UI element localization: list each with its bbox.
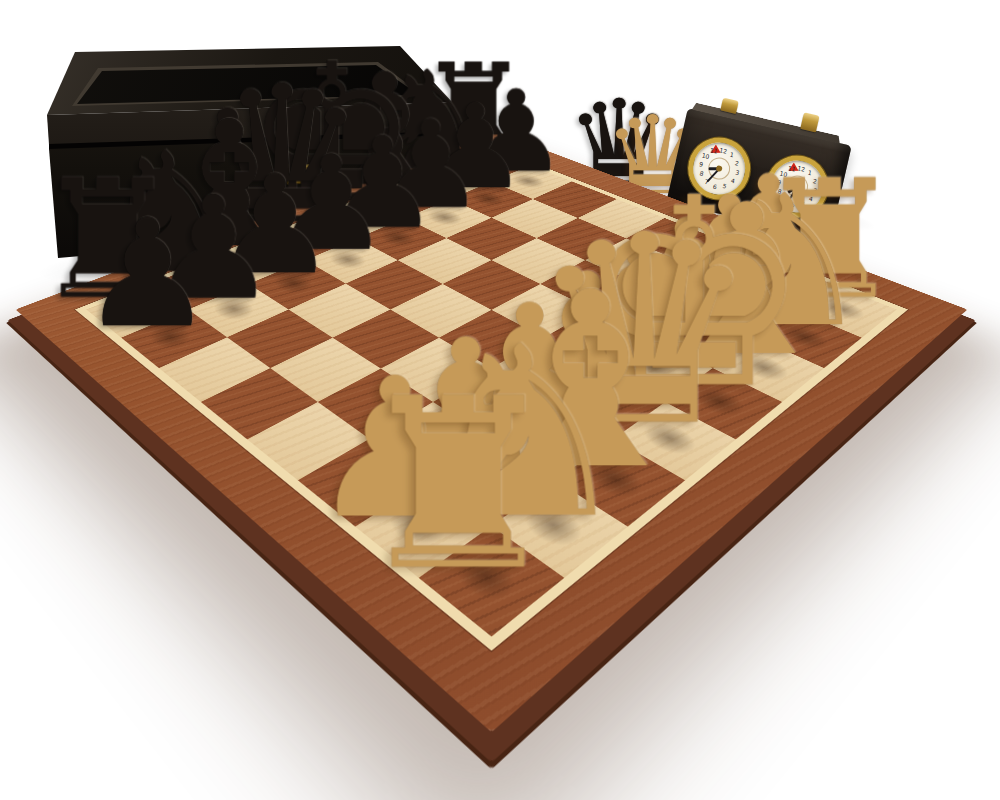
dial-right-numeral-5: 5 (797, 199, 809, 209)
clock-button-left[interactable] (720, 98, 739, 114)
dial-right: 121234567891011 (760, 149, 834, 223)
box-latch[interactable] (285, 155, 313, 185)
clock-button-right[interactable] (800, 112, 819, 132)
dial-right-numeral-7: 7 (779, 195, 791, 205)
dial-left-numeral-5: 5 (719, 181, 731, 191)
dial-left-numeral-7: 7 (701, 177, 713, 187)
scene: ♛ ♛ 121234567891011 121234567891011 ♜♟♟♜… (0, 0, 1000, 800)
dial-right-numeral-8: 8 (774, 187, 786, 197)
dial-left: 121234567891011 (682, 131, 756, 205)
dial-left-numeral-8: 8 (696, 169, 708, 179)
